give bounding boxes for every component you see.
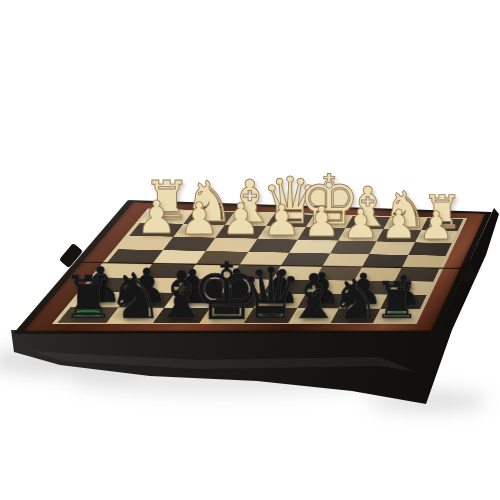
piece-white-pawn[interactable]: ♟ [222,198,261,241]
pieces-layer: ♜♞♝♛♚♝♞♜♟♟♟♟♟♟♟♟♟♟♟♟♟♟♟♟♜♞♝♚♛♝♞♜ [0,0,500,500]
piece-white-pawn[interactable]: ♟ [263,200,301,242]
piece-white-pawn[interactable]: ♟ [419,207,454,246]
piece-white-pawn[interactable]: ♟ [303,202,340,243]
piece-white-pawn[interactable]: ♟ [179,196,219,240]
piece-white-pawn[interactable]: ♟ [343,204,379,245]
piece-white-pawn[interactable]: ♟ [381,205,417,245]
chess-set-photo: ♜♞♝♛♚♝♞♜♟♟♟♟♟♟♟♟♟♟♟♟♟♟♟♟♜♞♝♚♛♝♞♜ [0,0,500,500]
piece-black-rook[interactable]: ♜ [374,276,419,327]
piece-white-pawn[interactable]: ♟ [136,194,177,239]
